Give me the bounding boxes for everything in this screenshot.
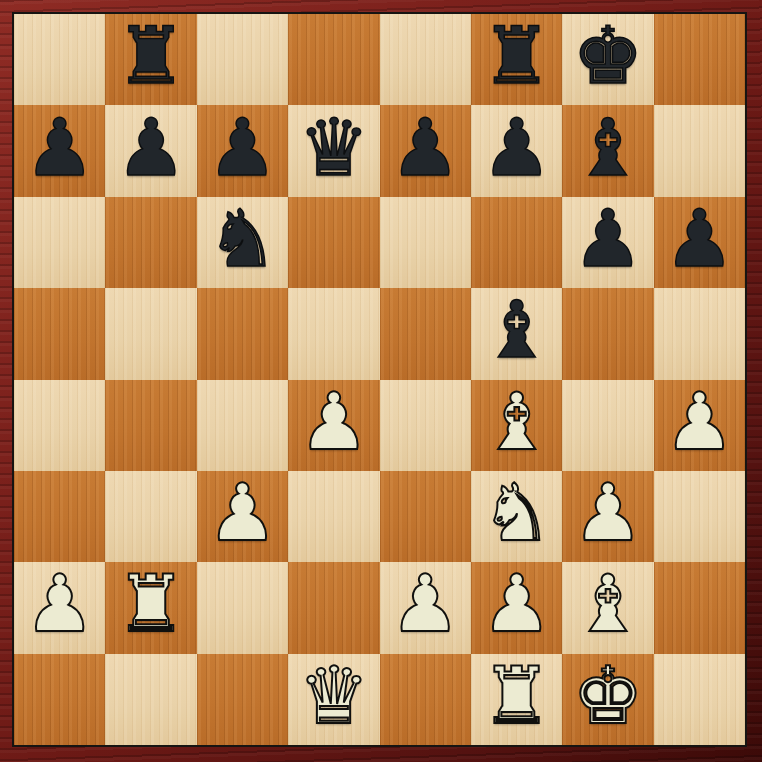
- square-c8[interactable]: [197, 14, 288, 105]
- square-f1[interactable]: ♜: [471, 654, 562, 745]
- piece-black-rook-f8[interactable]: ♜: [481, 17, 552, 96]
- piece-black-pawn-h6[interactable]: ♟: [664, 200, 735, 279]
- board-inner-border: ♜♜♚♟♟♟♛♟♟♝♞♟♟♝♟♝♟♟♞♟♟♜♟♟♝♛♜♚: [12, 12, 747, 747]
- square-g2[interactable]: ♝: [562, 562, 653, 653]
- square-h1[interactable]: [654, 654, 745, 745]
- square-f3[interactable]: ♞: [471, 471, 562, 562]
- square-b4[interactable]: [105, 380, 196, 471]
- square-e7[interactable]: ♟: [380, 105, 471, 196]
- square-f2[interactable]: ♟: [471, 562, 562, 653]
- square-e5[interactable]: [380, 288, 471, 379]
- square-d8[interactable]: [288, 14, 379, 105]
- square-f8[interactable]: ♜: [471, 14, 562, 105]
- square-d1[interactable]: ♛: [288, 654, 379, 745]
- piece-white-pawn-g3[interactable]: ♟: [573, 474, 644, 553]
- square-d4[interactable]: ♟: [288, 380, 379, 471]
- square-b3[interactable]: [105, 471, 196, 562]
- square-d6[interactable]: [288, 197, 379, 288]
- square-d5[interactable]: [288, 288, 379, 379]
- piece-black-bishop-f5[interactable]: ♝: [481, 291, 552, 370]
- piece-black-pawn-g6[interactable]: ♟: [573, 200, 644, 279]
- piece-white-pawn-f2[interactable]: ♟: [481, 565, 552, 644]
- square-b5[interactable]: [105, 288, 196, 379]
- piece-black-bishop-g7[interactable]: ♝: [573, 109, 644, 188]
- square-c4[interactable]: [197, 380, 288, 471]
- square-e8[interactable]: [380, 14, 471, 105]
- square-g4[interactable]: [562, 380, 653, 471]
- square-b6[interactable]: [105, 197, 196, 288]
- piece-black-queen-d7[interactable]: ♛: [298, 109, 369, 188]
- square-g3[interactable]: ♟: [562, 471, 653, 562]
- piece-white-pawn-c3[interactable]: ♟: [207, 474, 278, 553]
- square-d7[interactable]: ♛: [288, 105, 379, 196]
- piece-white-pawn-d4[interactable]: ♟: [298, 383, 369, 462]
- square-a4[interactable]: [14, 380, 105, 471]
- piece-white-king-g1[interactable]: ♚: [573, 657, 644, 736]
- square-d2[interactable]: [288, 562, 379, 653]
- piece-white-queen-d1[interactable]: ♛: [298, 657, 369, 736]
- square-h7[interactable]: [654, 105, 745, 196]
- square-a8[interactable]: [14, 14, 105, 105]
- square-a2[interactable]: ♟: [14, 562, 105, 653]
- square-h4[interactable]: ♟: [654, 380, 745, 471]
- piece-white-pawn-h4[interactable]: ♟: [664, 383, 735, 462]
- square-h2[interactable]: [654, 562, 745, 653]
- square-b8[interactable]: ♜: [105, 14, 196, 105]
- square-b2[interactable]: ♜: [105, 562, 196, 653]
- square-g5[interactable]: [562, 288, 653, 379]
- piece-black-pawn-a7[interactable]: ♟: [24, 109, 95, 188]
- square-f4[interactable]: ♝: [471, 380, 562, 471]
- piece-black-rook-b8[interactable]: ♜: [116, 17, 187, 96]
- piece-black-king-g8[interactable]: ♚: [573, 17, 644, 96]
- square-c1[interactable]: [197, 654, 288, 745]
- piece-white-pawn-a2[interactable]: ♟: [24, 565, 95, 644]
- piece-white-knight-f3[interactable]: ♞: [481, 474, 552, 553]
- square-a6[interactable]: [14, 197, 105, 288]
- piece-black-pawn-e7[interactable]: ♟: [390, 109, 461, 188]
- square-c2[interactable]: [197, 562, 288, 653]
- piece-black-pawn-b7[interactable]: ♟: [116, 109, 187, 188]
- square-c5[interactable]: [197, 288, 288, 379]
- square-a7[interactable]: ♟: [14, 105, 105, 196]
- square-f5[interactable]: ♝: [471, 288, 562, 379]
- square-d3[interactable]: [288, 471, 379, 562]
- square-g1[interactable]: ♚: [562, 654, 653, 745]
- square-h5[interactable]: [654, 288, 745, 379]
- square-g6[interactable]: ♟: [562, 197, 653, 288]
- square-g7[interactable]: ♝: [562, 105, 653, 196]
- square-c7[interactable]: ♟: [197, 105, 288, 196]
- piece-black-pawn-c7[interactable]: ♟: [207, 109, 278, 188]
- chess-board: ♜♜♚♟♟♟♛♟♟♝♞♟♟♝♟♝♟♟♞♟♟♜♟♟♝♛♜♚: [14, 14, 745, 745]
- piece-black-pawn-f7[interactable]: ♟: [481, 109, 552, 188]
- square-h6[interactable]: ♟: [654, 197, 745, 288]
- piece-white-bishop-g2[interactable]: ♝: [573, 565, 644, 644]
- square-a5[interactable]: [14, 288, 105, 379]
- piece-white-rook-f1[interactable]: ♜: [481, 657, 552, 736]
- square-c3[interactable]: ♟: [197, 471, 288, 562]
- piece-black-knight-c6[interactable]: ♞: [207, 200, 278, 279]
- square-g8[interactable]: ♚: [562, 14, 653, 105]
- square-e2[interactable]: ♟: [380, 562, 471, 653]
- square-c6[interactable]: ♞: [197, 197, 288, 288]
- square-h3[interactable]: [654, 471, 745, 562]
- square-f6[interactable]: [471, 197, 562, 288]
- square-a1[interactable]: [14, 654, 105, 745]
- chess-board-frame: ♜♜♚♟♟♟♛♟♟♝♞♟♟♝♟♝♟♟♞♟♟♜♟♟♝♛♜♚: [0, 0, 762, 762]
- piece-white-bishop-f4[interactable]: ♝: [481, 383, 552, 462]
- square-b1[interactable]: [105, 654, 196, 745]
- piece-white-rook-b2[interactable]: ♜: [116, 565, 187, 644]
- square-e4[interactable]: [380, 380, 471, 471]
- square-a3[interactable]: [14, 471, 105, 562]
- square-e3[interactable]: [380, 471, 471, 562]
- square-b7[interactable]: ♟: [105, 105, 196, 196]
- square-h8[interactable]: [654, 14, 745, 105]
- square-f7[interactable]: ♟: [471, 105, 562, 196]
- square-e1[interactable]: [380, 654, 471, 745]
- square-e6[interactable]: [380, 197, 471, 288]
- piece-white-pawn-e2[interactable]: ♟: [390, 565, 461, 644]
